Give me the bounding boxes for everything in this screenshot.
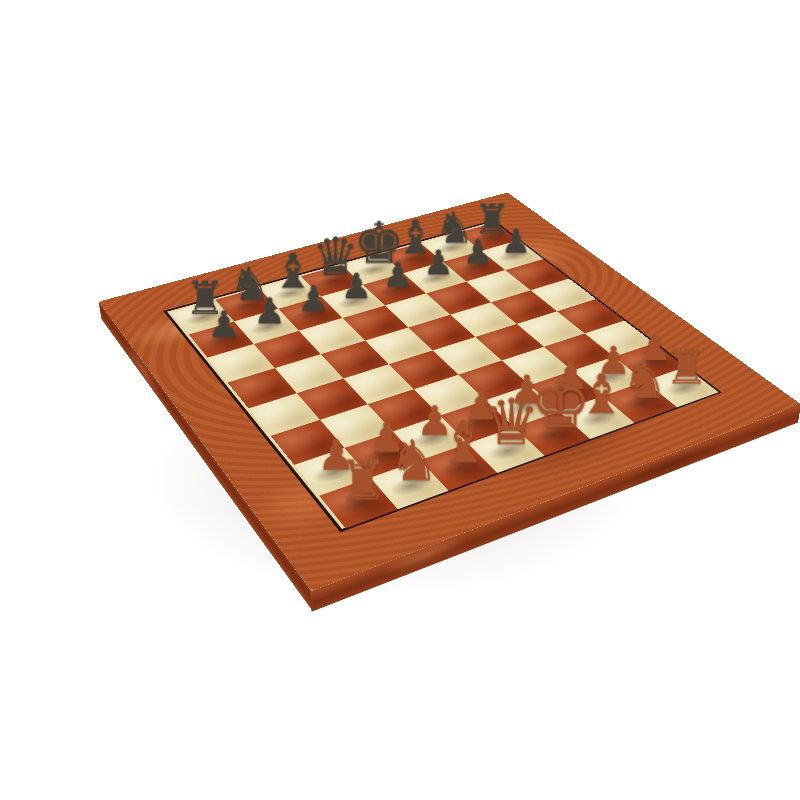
piece-contact-shadow xyxy=(661,377,707,400)
piece-contact-shadow xyxy=(408,426,456,451)
piece-contact-shadow xyxy=(386,472,436,499)
piece-contact-shadow xyxy=(290,305,332,324)
square-c1: ♝ xyxy=(420,443,497,490)
chess-set-photo: ♜♞♝♛♚♝♞♜♟♟♟♟♟♟♟♟♟♟♟♟♟♟♟♟♜♞♝♛♚♝♞♜ xyxy=(0,0,800,800)
piece-contact-shadow xyxy=(435,455,485,481)
piece-contact-shadow xyxy=(433,240,472,256)
piece-contact-shadow xyxy=(333,293,375,312)
piece-contact-shadow xyxy=(455,411,502,435)
piece-contact-shadow xyxy=(471,229,509,245)
piece-contact-shadow xyxy=(182,308,224,327)
piece-contact-shadow xyxy=(455,258,495,275)
square-b5 xyxy=(275,354,344,393)
piece-contact-shadow xyxy=(545,380,591,403)
piece-contact-shadow xyxy=(246,317,289,337)
square-h3 xyxy=(585,321,654,357)
piece-contact-shadow xyxy=(394,250,434,267)
piece-contact-shadow xyxy=(619,391,665,414)
piece-contact-shadow xyxy=(309,459,359,486)
piece-contact-shadow xyxy=(375,281,416,299)
piece-contact-shadow xyxy=(313,272,354,290)
piece-contact-shadow xyxy=(588,366,633,388)
piece-contact-shadow xyxy=(354,261,394,278)
piece-contact-shadow xyxy=(494,247,533,264)
piece-contact-shadow xyxy=(575,406,622,430)
piece-contact-shadow xyxy=(334,490,385,518)
piece-contact-shadow xyxy=(201,330,244,350)
piece-contact-shadow xyxy=(629,352,674,373)
piece-contact-shadow xyxy=(501,395,548,418)
piece-contact-shadow xyxy=(416,269,456,287)
piece-contact-shadow xyxy=(270,284,311,302)
piece-contact-shadow xyxy=(530,422,578,447)
piece-contact-shadow xyxy=(227,296,269,315)
piece-contact-shadow xyxy=(359,443,408,469)
piece-contact-shadow xyxy=(484,438,533,464)
